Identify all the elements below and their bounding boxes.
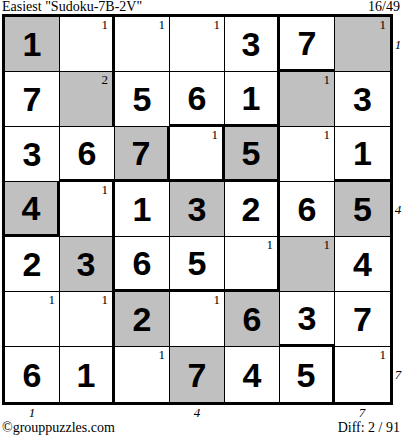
cell-value: 6 xyxy=(298,192,317,226)
difficulty-text: Diff: 2 / 91 xyxy=(338,420,400,435)
cell-r3c2[interactable]: 6 xyxy=(60,127,115,182)
page-title: Easiest "Sudoku-7B-2V" xyxy=(2,0,142,14)
cell-r6c7[interactable]: 7 xyxy=(335,292,390,347)
pencil-mark: 1 xyxy=(102,183,109,196)
cell-r5c3[interactable]: 6 xyxy=(115,237,170,292)
cell-r7c1[interactable]: 6 xyxy=(5,347,60,402)
cell-r2c3[interactable]: 5 xyxy=(115,72,170,127)
pencil-mark: 1 xyxy=(214,293,221,306)
cell-r1c4[interactable]: 1 xyxy=(170,17,225,72)
cell-value: 4 xyxy=(353,247,372,281)
cell-value: 2 xyxy=(23,247,42,281)
cell-value: 3 xyxy=(77,247,96,281)
cell-value: 4 xyxy=(22,191,41,225)
cell-r7c3[interactable]: 1 xyxy=(115,347,170,402)
row-label-4: 4 xyxy=(393,203,403,216)
cell-r7c2[interactable]: 1 xyxy=(60,347,115,402)
cell-r4c7[interactable]: 5 xyxy=(335,182,390,237)
cell-value: 5 xyxy=(242,136,261,170)
cell-value: 1 xyxy=(133,192,152,226)
pencil-mark: 1 xyxy=(159,18,166,31)
cell-r3c4[interactable]: 1 xyxy=(170,127,225,182)
pencil-mark: 1 xyxy=(212,128,219,141)
cell-value: 3 xyxy=(23,137,42,171)
cell-r4c4[interactable]: 3 xyxy=(170,182,225,237)
cell-value: 3 xyxy=(298,301,317,335)
cell-r3c5[interactable]: 5 xyxy=(225,127,280,182)
cell-r6c1[interactable]: 1 xyxy=(5,292,60,347)
cell-r6c2[interactable]: 1 xyxy=(60,292,115,347)
copyright-text: ©grouppuzzles.com xyxy=(2,420,115,435)
cell-r4c2[interactable]: 1 xyxy=(60,182,115,237)
cell-r2c1[interactable]: 7 xyxy=(5,72,60,127)
cell-r2c7[interactable]: 3 xyxy=(335,72,390,127)
cell-r6c3[interactable]: 2 xyxy=(115,292,170,347)
puzzle-page: Easiest "Sudoku-7B-2V" 16/49 11113717256… xyxy=(0,0,403,437)
cell-r3c7[interactable]: 1 xyxy=(335,127,390,182)
cell-value: 4 xyxy=(243,358,262,392)
col-label-1: 1 xyxy=(22,406,42,419)
cell-value: 2 xyxy=(242,192,261,226)
cell-value: 6 xyxy=(23,358,42,392)
cell-r2c6[interactable]: 1 xyxy=(280,72,335,127)
cell-r1c7[interactable]: 1 xyxy=(335,17,390,72)
cell-r7c7[interactable]: 1 xyxy=(335,347,390,402)
cell-value: 7 xyxy=(188,358,207,392)
cell-value: 1 xyxy=(242,81,261,115)
col-label-4: 4 xyxy=(187,406,207,419)
row-label-7: 7 xyxy=(393,368,403,381)
cell-r7c5[interactable]: 4 xyxy=(225,347,280,402)
cell-r6c6[interactable]: 3 xyxy=(280,292,335,347)
pencil-mark: 1 xyxy=(102,293,109,306)
cell-r5c5[interactable]: 1 xyxy=(225,237,280,292)
pencil-mark: 1 xyxy=(214,18,221,31)
cell-r3c1[interactable]: 3 xyxy=(5,127,60,182)
pencil-mark: 1 xyxy=(102,18,109,31)
cell-r1c2[interactable]: 1 xyxy=(60,17,115,72)
cell-value: 6 xyxy=(78,136,97,170)
pencil-mark: 1 xyxy=(380,18,387,31)
cell-r5c2[interactable]: 3 xyxy=(60,237,115,292)
cell-r4c5[interactable]: 2 xyxy=(225,182,280,237)
cell-value: 3 xyxy=(188,192,207,226)
pencil-mark: 1 xyxy=(380,348,387,361)
cell-r3c3[interactable]: 7 xyxy=(115,127,170,182)
remaining-counter: 16/49 xyxy=(368,0,400,14)
cell-value: 6 xyxy=(188,81,207,115)
cell-r4c3[interactable]: 1 xyxy=(115,182,170,237)
cell-r5c1[interactable]: 2 xyxy=(5,237,60,292)
pencil-mark: 1 xyxy=(267,238,274,251)
cell-r5c6[interactable]: 1 xyxy=(280,237,335,292)
pencil-mark: 1 xyxy=(49,293,56,306)
cell-value: 2 xyxy=(133,302,152,336)
cell-value: 7 xyxy=(132,136,151,170)
pencil-mark: 1 xyxy=(159,348,166,361)
cell-value: 1 xyxy=(23,27,42,61)
cell-r2c2[interactable]: 2 xyxy=(60,72,115,127)
cell-r5c7[interactable]: 4 xyxy=(335,237,390,292)
col-label-7: 7 xyxy=(352,406,372,419)
cell-r1c1[interactable]: 1 xyxy=(5,17,60,72)
cell-r1c5[interactable]: 3 xyxy=(225,17,280,72)
cell-value: 6 xyxy=(133,246,152,280)
pencil-mark: 1 xyxy=(324,73,331,86)
cell-value: 6 xyxy=(243,302,262,336)
pencil-mark: 1 xyxy=(324,128,331,141)
cell-r4c1[interactable]: 4 xyxy=(5,182,60,237)
cell-value: 7 xyxy=(298,26,317,60)
cell-r6c5[interactable]: 6 xyxy=(225,292,280,347)
cell-value: 5 xyxy=(188,246,207,280)
cell-value: 5 xyxy=(353,192,372,226)
cell-value: 1 xyxy=(353,136,372,170)
cell-value: 3 xyxy=(353,82,372,116)
cell-r4c6[interactable]: 6 xyxy=(280,182,335,237)
row-label-1: 1 xyxy=(393,38,403,51)
cell-value: 1 xyxy=(77,358,96,392)
cell-r5c4[interactable]: 5 xyxy=(170,237,225,292)
cell-r2c5[interactable]: 1 xyxy=(225,72,280,127)
cell-value: 3 xyxy=(242,27,261,61)
cell-value: 7 xyxy=(353,302,372,336)
cell-r7c6[interactable]: 5 xyxy=(280,347,335,402)
cell-r7c4[interactable]: 7 xyxy=(170,347,225,402)
cell-r1c6[interactable]: 7 xyxy=(280,17,335,72)
pencil-mark: 1 xyxy=(324,238,331,251)
cell-r3c6[interactable]: 1 xyxy=(280,127,335,182)
cell-value: 7 xyxy=(23,82,42,116)
cell-r2c4[interactable]: 6 xyxy=(170,72,225,127)
cell-r1c3[interactable]: 1 xyxy=(115,17,170,72)
sudoku-board: 1111371725611336715114113265236511411216… xyxy=(2,14,393,405)
cell-value: 5 xyxy=(297,358,316,392)
pencil-mark: 2 xyxy=(102,73,109,86)
cell-value: 5 xyxy=(133,82,152,116)
cell-r6c4[interactable]: 1 xyxy=(170,292,225,347)
